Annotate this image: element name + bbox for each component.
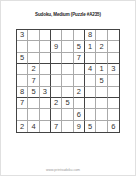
sudoku-grid: 3895125724137585327256247956 xyxy=(16,29,120,133)
sudoku-cell-r3c4[interactable] xyxy=(51,53,62,64)
sudoku-cell-r8c8[interactable] xyxy=(96,109,107,120)
sudoku-cell-r2c7[interactable]: 1 xyxy=(85,41,96,52)
sudoku-cell-r4c3[interactable] xyxy=(40,64,51,75)
sudoku-cell-r4c8[interactable]: 1 xyxy=(96,64,107,75)
sudoku-cell-r7c5[interactable]: 5 xyxy=(62,98,73,109)
sudoku-cell-r4c9[interactable]: 3 xyxy=(108,64,119,75)
sudoku-cell-r9c1[interactable]: 2 xyxy=(17,121,28,132)
sudoku-cell-r2c9[interactable] xyxy=(108,41,119,52)
sudoku-cell-r5c4[interactable] xyxy=(51,75,62,86)
sudoku-cell-r3c5[interactable] xyxy=(62,53,73,64)
page-title: Sudoku, Medium (Puzzle #A235) xyxy=(1,12,135,17)
sudoku-page: Sudoku, Medium (Puzzle #A235) 3895125724… xyxy=(0,0,136,176)
sudoku-cell-r6c4[interactable] xyxy=(51,87,62,98)
sudoku-cell-r3c6[interactable]: 7 xyxy=(74,53,85,64)
sudoku-cell-r1c1[interactable]: 3 xyxy=(17,30,28,41)
sudoku-cell-r4c6[interactable] xyxy=(74,64,85,75)
sudoku-cell-r8c5[interactable] xyxy=(62,109,73,120)
sudoku-cell-r1c7[interactable]: 8 xyxy=(85,30,96,41)
sudoku-cell-r1c6[interactable] xyxy=(74,30,85,41)
sudoku-cell-r6c3[interactable]: 3 xyxy=(40,87,51,98)
sudoku-cell-r6c6[interactable]: 2 xyxy=(74,87,85,98)
sudoku-cell-r3c2[interactable] xyxy=(28,53,39,64)
sudoku-cell-r7c8[interactable] xyxy=(96,98,107,109)
sudoku-cell-r9c9[interactable]: 6 xyxy=(108,121,119,132)
sudoku-cell-r8c4[interactable] xyxy=(51,109,62,120)
sudoku-cell-r9c2[interactable]: 4 xyxy=(28,121,39,132)
sudoku-cell-r6c1[interactable]: 8 xyxy=(17,87,28,98)
sudoku-cell-r7c9[interactable] xyxy=(108,98,119,109)
sudoku-cell-r6c5[interactable] xyxy=(62,87,73,98)
sudoku-cell-r2c8[interactable]: 2 xyxy=(96,41,107,52)
sudoku-cell-r7c2[interactable] xyxy=(28,98,39,109)
sudoku-cell-r5c8[interactable]: 5 xyxy=(96,75,107,86)
sudoku-cell-r2c1[interactable] xyxy=(17,41,28,52)
sudoku-cell-r3c7[interactable] xyxy=(85,53,96,64)
sudoku-cell-r4c1[interactable] xyxy=(17,64,28,75)
sudoku-cell-r2c2[interactable] xyxy=(28,41,39,52)
sudoku-cell-r8c2[interactable] xyxy=(28,109,39,120)
sudoku-cell-r6c2[interactable]: 5 xyxy=(28,87,39,98)
sudoku-cell-r8c1[interactable] xyxy=(17,109,28,120)
sudoku-cell-r5c1[interactable] xyxy=(17,75,28,86)
sudoku-cell-r1c4[interactable] xyxy=(51,30,62,41)
sudoku-cell-r2c6[interactable]: 5 xyxy=(74,41,85,52)
sudoku-cell-r9c5[interactable] xyxy=(62,121,73,132)
sudoku-cell-r1c3[interactable] xyxy=(40,30,51,41)
sudoku-cell-r7c4[interactable]: 2 xyxy=(51,98,62,109)
sudoku-cell-r8c9[interactable] xyxy=(108,109,119,120)
footer-url: www.printsudoku.com xyxy=(0,168,130,172)
sudoku-cell-r3c9[interactable] xyxy=(108,53,119,64)
sudoku-cell-r9c4[interactable]: 7 xyxy=(51,121,62,132)
sudoku-cell-r7c6[interactable] xyxy=(74,98,85,109)
sudoku-cell-r6c7[interactable] xyxy=(85,87,96,98)
sudoku-cell-r3c8[interactable] xyxy=(96,53,107,64)
sudoku-cell-r6c9[interactable] xyxy=(108,87,119,98)
sudoku-cell-r4c2[interactable]: 2 xyxy=(28,64,39,75)
sudoku-cell-r5c5[interactable] xyxy=(62,75,73,86)
sudoku-cell-r9c8[interactable] xyxy=(96,121,107,132)
sudoku-cell-r2c3[interactable] xyxy=(40,41,51,52)
sudoku-cell-r1c5[interactable] xyxy=(62,30,73,41)
sudoku-cell-r9c7[interactable]: 5 xyxy=(85,121,96,132)
sudoku-cell-r2c4[interactable]: 9 xyxy=(51,41,62,52)
sudoku-cell-r5c7[interactable] xyxy=(85,75,96,86)
sudoku-cell-r9c3[interactable] xyxy=(40,121,51,132)
sudoku-cell-r8c3[interactable] xyxy=(40,109,51,120)
sudoku-cell-r9c6[interactable]: 9 xyxy=(74,121,85,132)
sudoku-cell-r7c3[interactable] xyxy=(40,98,51,109)
sudoku-cell-r3c3[interactable] xyxy=(40,53,51,64)
sudoku-cell-r5c6[interactable] xyxy=(74,75,85,86)
sudoku-cell-r7c7[interactable] xyxy=(85,98,96,109)
sudoku-cell-r5c9[interactable] xyxy=(108,75,119,86)
sudoku-cell-r8c7[interactable] xyxy=(85,109,96,120)
sudoku-cell-r4c5[interactable] xyxy=(62,64,73,75)
sudoku-cell-r3c1[interactable]: 5 xyxy=(17,53,28,64)
sudoku-cell-r1c8[interactable] xyxy=(96,30,107,41)
sudoku-cell-r6c8[interactable] xyxy=(96,87,107,98)
sudoku-cell-r4c7[interactable]: 4 xyxy=(85,64,96,75)
sudoku-cell-r5c2[interactable]: 7 xyxy=(28,75,39,86)
sudoku-cell-r1c9[interactable] xyxy=(108,30,119,41)
sudoku-cell-r5c3[interactable] xyxy=(40,75,51,86)
sudoku-cell-r2c5[interactable] xyxy=(62,41,73,52)
sudoku-cell-r8c6[interactable]: 6 xyxy=(74,109,85,120)
sudoku-cell-r4c4[interactable] xyxy=(51,64,62,75)
sudoku-cell-r1c2[interactable] xyxy=(28,30,39,41)
sudoku-cell-r7c1[interactable]: 7 xyxy=(17,98,28,109)
